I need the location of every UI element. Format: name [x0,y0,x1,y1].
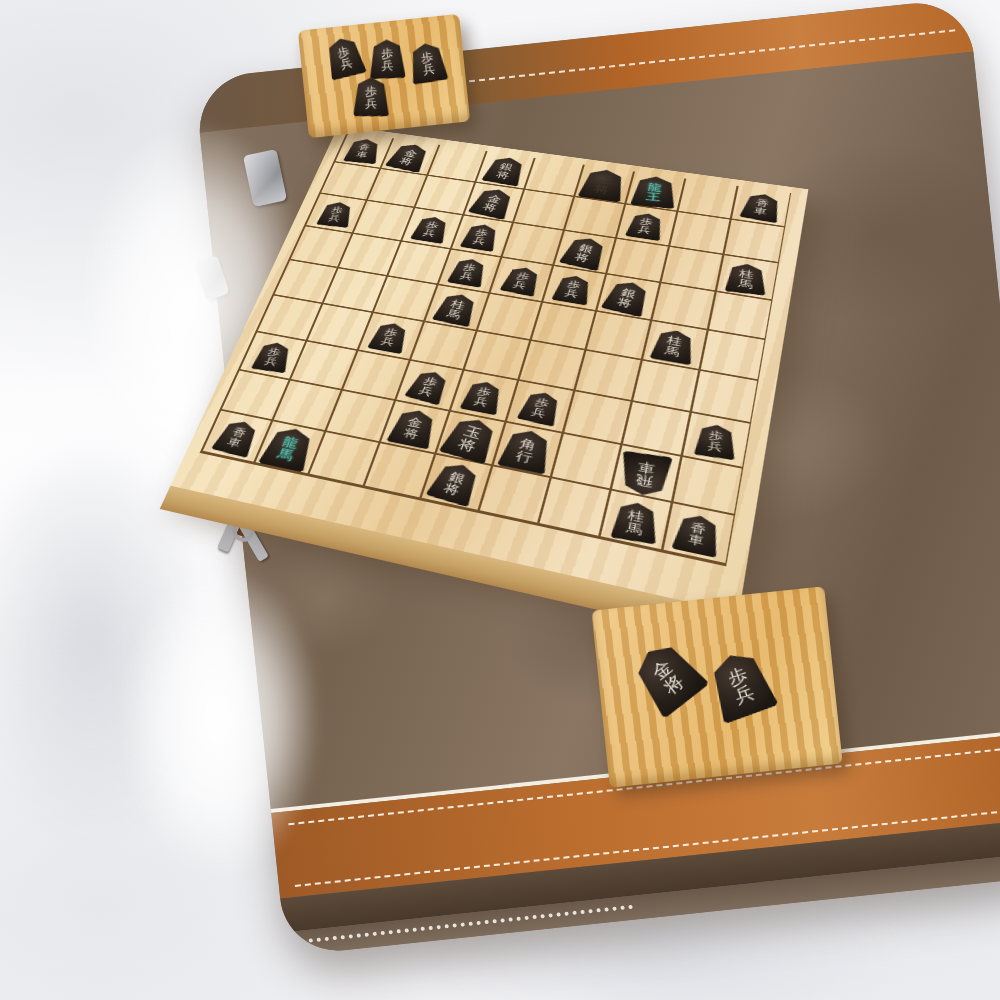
piece-kanji: 桂 [627,508,645,523]
piece-kanji: 将 [616,296,634,309]
piece-kanji: 兵 [511,280,527,291]
photo-scene: { "game": "shogi", "board_geometry": {"f… [0,0,1000,1000]
piece-kanji: 兵 [459,271,474,281]
piece-kanji: 歩 [422,376,439,388]
piece-kanji: 香 [690,521,707,535]
piece-kanji: 歩 [336,45,350,59]
piece-kanji: 歩 [533,396,550,409]
piece-kanji: 金 [406,416,424,429]
piece-kanji: 兵 [417,385,434,398]
piece-kanji: 馬 [738,278,754,289]
piece-kanji: 香 [754,198,769,208]
piece-pawn[interactable]: 歩兵 [703,645,779,724]
piece-kanji: 歩 [420,50,434,63]
piece-kanji: 馬 [664,345,681,358]
sheet-fluff [120,560,320,880]
piece-kanji: 馬 [446,307,463,319]
piece-kanji: 香 [230,426,247,439]
piece-kanji: 兵 [381,59,393,71]
piece-kanji: 金 [403,148,419,158]
piece-kanji: 馬 [276,447,296,462]
piece-kanji: 歩 [566,279,581,290]
piece-kanji: 兵 [380,336,396,347]
piece-kanji: 香 [357,143,370,151]
piece-kanji: 金 [486,194,503,205]
piece-kanji: 車 [225,436,242,449]
piece-kanji: 兵 [529,406,546,419]
piece-kanji: 歩 [708,430,724,442]
piece-gold[interactable]: 金将 [625,634,709,719]
piece-kanji: 兵 [732,682,756,706]
piece-kanji: 歩 [639,217,654,227]
piece-pawn[interactable]: 歩兵 [323,34,367,81]
piece-kanji: 将 [442,481,462,496]
piece-pawn[interactable]: 歩兵 [369,39,406,79]
piece-kanji: 兵 [422,62,436,75]
piece-kanji: 桂 [450,298,467,310]
piece-kanji: 桂 [666,335,683,347]
piece-kanji: 兵 [637,225,652,235]
piece-kanji: 歩 [330,206,344,215]
piece-kanji: 桂 [739,268,754,279]
piece-kanji: 銀 [578,243,595,255]
piece-kanji: 歩 [475,228,490,238]
komadai-bottom: 金将歩兵 [591,586,842,787]
piece-kanji: 王 [595,174,613,185]
piece-kanji: 玉 [462,425,484,442]
piece-kanji: 歩 [381,47,393,59]
piece-pawn[interactable]: 歩兵 [407,41,449,85]
piece-kanji: 飛 [634,473,653,488]
piece-kanji: 兵 [339,56,353,70]
piece-kanji: 歩 [515,271,531,282]
piece-kanji: 兵 [707,440,723,453]
piece-kanji: 角 [518,437,538,452]
piece-kanji: 兵 [422,228,437,238]
piece-kanji: 銀 [499,162,515,172]
piece-kanji: 歩 [383,327,399,338]
piece-kanji: 車 [752,206,767,216]
piece-kanji: 将 [398,156,414,166]
piece-kanji: 歩 [365,85,377,97]
piece-kanji: 将 [402,427,420,441]
piece-kanji: 兵 [365,97,377,109]
piece-kanji: 将 [456,437,478,454]
piece-kanji: 将 [574,252,591,264]
piece-kanji: 王 [645,191,661,201]
piece-kanji: 兵 [472,236,487,246]
piece-kanji: 車 [355,150,369,158]
piece-kanji: 将 [593,184,611,196]
piece-kanji: 兵 [327,214,341,223]
piece-kanji: 兵 [263,356,279,367]
komadai-top: 歩兵歩兵歩兵歩兵 [298,14,470,138]
piece-kanji: 銀 [448,470,468,485]
piece-kanji: 兵 [473,396,489,408]
piece-kanji: 歩 [476,386,492,398]
piece-kanji: 将 [660,671,686,697]
piece-kanji: 将 [482,202,499,213]
piece-kanji: 行 [514,449,534,464]
piece-kanji: 歩 [726,664,750,688]
piece-kanji: 車 [636,460,655,475]
piece-kanji: 歩 [462,263,477,273]
piece-kanji: 将 [495,170,511,180]
piece-kanji: 兵 [564,288,579,299]
piece-pawn[interactable]: 歩兵 [353,77,389,116]
piece-kanji: 馬 [626,520,644,535]
piece-kanji: 龍 [281,435,301,450]
piece-kanji: 銀 [620,287,638,299]
piece-kanji: 歩 [266,347,281,358]
piece-kanji: 車 [687,533,705,548]
piece-kanji: 龍 [647,182,663,192]
piece-kanji: 金 [649,656,675,682]
piece-kanji: 歩 [425,220,440,230]
